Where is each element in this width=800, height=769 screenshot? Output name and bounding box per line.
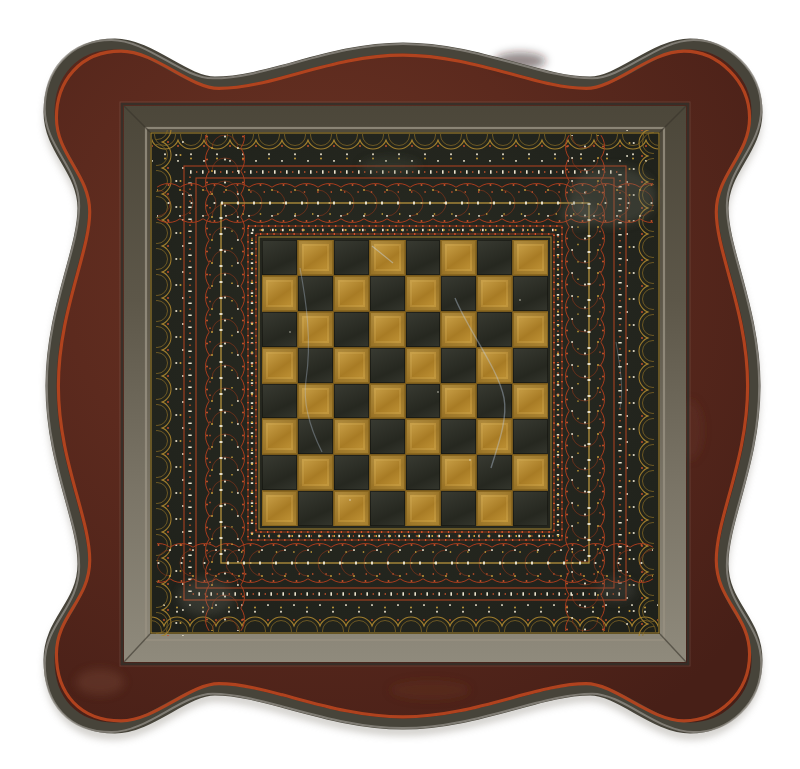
- square-h8[interactable]: [513, 240, 548, 275]
- square-e8[interactable]: [406, 240, 441, 275]
- square-g8[interactable]: [477, 240, 512, 275]
- square-d5[interactable]: [370, 348, 405, 383]
- square-h2[interactable]: [513, 455, 548, 490]
- square-h6[interactable]: [513, 312, 548, 347]
- square-b2[interactable]: [298, 455, 333, 490]
- square-b8[interactable]: [298, 240, 333, 275]
- square-d8[interactable]: [370, 240, 405, 275]
- square-c5[interactable]: [334, 348, 369, 383]
- square-b3[interactable]: [298, 419, 333, 454]
- square-c1[interactable]: [334, 491, 369, 526]
- square-c6[interactable]: [334, 312, 369, 347]
- square-c3[interactable]: [334, 419, 369, 454]
- square-f3[interactable]: [441, 419, 476, 454]
- square-a4[interactable]: [262, 384, 297, 419]
- square-b6[interactable]: [298, 312, 333, 347]
- square-f2[interactable]: [441, 455, 476, 490]
- square-f1[interactable]: [441, 491, 476, 526]
- square-h7[interactable]: [513, 276, 548, 311]
- square-e2[interactable]: [406, 455, 441, 490]
- square-c8[interactable]: [334, 240, 369, 275]
- square-b7[interactable]: [298, 276, 333, 311]
- square-d2[interactable]: [370, 455, 405, 490]
- square-g5[interactable]: [477, 348, 512, 383]
- square-f7[interactable]: [441, 276, 476, 311]
- square-c7[interactable]: [334, 276, 369, 311]
- square-g7[interactable]: [477, 276, 512, 311]
- square-b1[interactable]: [298, 491, 333, 526]
- stage: [0, 0, 800, 769]
- square-a1[interactable]: [262, 491, 297, 526]
- square-g6[interactable]: [477, 312, 512, 347]
- square-a7[interactable]: [262, 276, 297, 311]
- square-a3[interactable]: [262, 419, 297, 454]
- square-h1[interactable]: [513, 491, 548, 526]
- square-e6[interactable]: [406, 312, 441, 347]
- square-c2[interactable]: [334, 455, 369, 490]
- checkerboard: [262, 240, 548, 526]
- square-a5[interactable]: [262, 348, 297, 383]
- square-f6[interactable]: [441, 312, 476, 347]
- square-a6[interactable]: [262, 312, 297, 347]
- square-f4[interactable]: [441, 384, 476, 419]
- square-e3[interactable]: [406, 419, 441, 454]
- square-d3[interactable]: [370, 419, 405, 454]
- square-d6[interactable]: [370, 312, 405, 347]
- square-e5[interactable]: [406, 348, 441, 383]
- square-g3[interactable]: [477, 419, 512, 454]
- square-e4[interactable]: [406, 384, 441, 419]
- square-g1[interactable]: [477, 491, 512, 526]
- square-f8[interactable]: [441, 240, 476, 275]
- square-b5[interactable]: [298, 348, 333, 383]
- square-b4[interactable]: [298, 384, 333, 419]
- square-c4[interactable]: [334, 384, 369, 419]
- square-d1[interactable]: [370, 491, 405, 526]
- square-g2[interactable]: [477, 455, 512, 490]
- square-h3[interactable]: [513, 419, 548, 454]
- square-e7[interactable]: [406, 276, 441, 311]
- square-f5[interactable]: [441, 348, 476, 383]
- square-h5[interactable]: [513, 348, 548, 383]
- square-h4[interactable]: [513, 384, 548, 419]
- square-e1[interactable]: [406, 491, 441, 526]
- square-d7[interactable]: [370, 276, 405, 311]
- square-a2[interactable]: [262, 455, 297, 490]
- square-d4[interactable]: [370, 384, 405, 419]
- square-g4[interactable]: [477, 384, 512, 419]
- square-a8[interactable]: [262, 240, 297, 275]
